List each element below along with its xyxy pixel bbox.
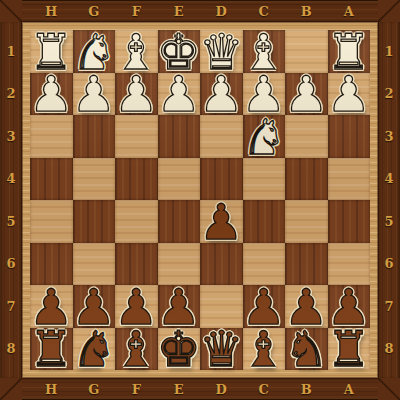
white-knight-c3[interactable]: ♞ (242, 113, 286, 162)
square-b4[interactable] (285, 158, 328, 201)
square-g3[interactable] (73, 115, 116, 158)
frame-corner-top-right (378, 0, 400, 22)
square-a2[interactable]: ♟ (328, 73, 371, 116)
file-label-g: G (73, 378, 116, 400)
square-b3[interactable] (285, 115, 328, 158)
chess-app-window: HGFEDCBA HGFEDCBA 12345678 12345678 ♜♞♝♚… (0, 0, 400, 400)
black-queen-d8[interactable]: ♛ (199, 325, 243, 374)
file-label-d: D (200, 378, 243, 400)
square-d2[interactable]: ♟ (200, 73, 243, 116)
black-knight-g8[interactable]: ♞ (72, 325, 116, 374)
square-e2[interactable]: ♟ (158, 73, 201, 116)
square-f4[interactable] (115, 158, 158, 201)
square-h3[interactable] (30, 115, 73, 158)
white-pawn-f2[interactable]: ♟ (114, 70, 158, 119)
rank-label-8: 8 (378, 328, 400, 371)
square-f2[interactable]: ♟ (115, 73, 158, 116)
file-label-f: F (115, 0, 158, 22)
file-label-d: D (200, 0, 243, 22)
file-label-e: E (158, 378, 201, 400)
square-c5[interactable] (243, 200, 286, 243)
rank-label-4: 4 (378, 158, 400, 201)
square-a4[interactable] (328, 158, 371, 201)
file-label-e: E (158, 0, 201, 22)
file-label-a: A (328, 378, 371, 400)
rank-label-1: 1 (0, 30, 22, 73)
square-c8[interactable]: ♝ (243, 328, 286, 371)
square-g5[interactable] (73, 200, 116, 243)
black-pawn-d5[interactable]: ♟ (199, 198, 243, 247)
rank-label-3: 3 (378, 115, 400, 158)
rank-label-2: 2 (0, 73, 22, 116)
white-pawn-b2[interactable]: ♟ (284, 70, 328, 119)
square-g4[interactable] (73, 158, 116, 201)
rank-label-3: 3 (0, 115, 22, 158)
file-label-h: H (30, 0, 73, 22)
rank-labels-right: 12345678 (378, 30, 400, 370)
square-f8[interactable]: ♝ (115, 328, 158, 371)
file-label-c: C (243, 0, 286, 22)
rank-label-8: 8 (0, 328, 22, 371)
white-pawn-a2[interactable]: ♟ (327, 70, 371, 119)
file-label-c: C (243, 378, 286, 400)
square-b2[interactable]: ♟ (285, 73, 328, 116)
black-rook-h8[interactable]: ♜ (29, 325, 73, 374)
black-bishop-f8[interactable]: ♝ (114, 325, 158, 374)
black-king-e8[interactable]: ♚ (157, 325, 201, 374)
square-h4[interactable] (30, 158, 73, 201)
square-h5[interactable] (30, 200, 73, 243)
square-a5[interactable] (328, 200, 371, 243)
rank-label-6: 6 (378, 243, 400, 286)
square-b5[interactable] (285, 200, 328, 243)
black-bishop-c8[interactable]: ♝ (242, 325, 286, 374)
square-d8[interactable]: ♛ (200, 328, 243, 371)
square-d5[interactable]: ♟ (200, 200, 243, 243)
file-label-h: H (30, 378, 73, 400)
square-a3[interactable] (328, 115, 371, 158)
file-label-f: F (115, 378, 158, 400)
file-label-g: G (73, 0, 116, 22)
square-a8[interactable]: ♜ (328, 328, 371, 371)
rank-labels-left: 12345678 (0, 30, 22, 370)
rank-label-4: 4 (0, 158, 22, 201)
white-pawn-d2[interactable]: ♟ (199, 70, 243, 119)
white-pawn-e2[interactable]: ♟ (157, 70, 201, 119)
white-pawn-h2[interactable]: ♟ (29, 70, 73, 119)
frame-corner-bottom-right (378, 378, 400, 400)
file-labels-bottom: HGFEDCBA (30, 378, 370, 400)
square-f5[interactable] (115, 200, 158, 243)
frame-corner-top-left (0, 0, 22, 22)
square-e5[interactable] (158, 200, 201, 243)
square-e4[interactable] (158, 158, 201, 201)
square-g8[interactable]: ♞ (73, 328, 116, 371)
rank-label-1: 1 (378, 30, 400, 73)
rank-label-5: 5 (0, 200, 22, 243)
square-e3[interactable] (158, 115, 201, 158)
chess-board: ♜♞♝♚♛♝♜♟♟♟♟♟♟♟♟♞♟♟♟♟♟♟♟♟♜♞♝♚♛♝♞♜ (30, 30, 370, 370)
square-g2[interactable]: ♟ (73, 73, 116, 116)
file-label-b: B (285, 0, 328, 22)
rank-label-6: 6 (0, 243, 22, 286)
rank-label-7: 7 (0, 285, 22, 328)
square-c4[interactable] (243, 158, 286, 201)
rank-label-2: 2 (378, 73, 400, 116)
frame-corner-bottom-left (0, 378, 22, 400)
square-f3[interactable] (115, 115, 158, 158)
square-e8[interactable]: ♚ (158, 328, 201, 371)
black-rook-a8[interactable]: ♜ (327, 325, 371, 374)
file-label-b: B (285, 378, 328, 400)
square-d3[interactable] (200, 115, 243, 158)
file-label-a: A (328, 0, 371, 22)
rank-label-5: 5 (378, 200, 400, 243)
square-h2[interactable]: ♟ (30, 73, 73, 116)
square-h8[interactable]: ♜ (30, 328, 73, 371)
square-b8[interactable]: ♞ (285, 328, 328, 371)
square-c3[interactable]: ♞ (243, 115, 286, 158)
black-knight-b8[interactable]: ♞ (284, 325, 328, 374)
rank-label-7: 7 (378, 285, 400, 328)
white-pawn-g2[interactable]: ♟ (72, 70, 116, 119)
square-d6[interactable] (200, 243, 243, 286)
file-labels-top: HGFEDCBA (30, 0, 370, 22)
